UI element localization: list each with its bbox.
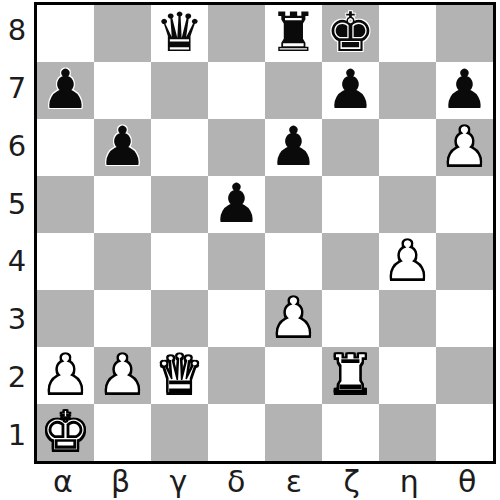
black-pawn[interactable]: ♟ bbox=[440, 63, 488, 117]
square-δ6[interactable] bbox=[208, 119, 265, 176]
rank-label-3: 3 bbox=[0, 291, 34, 349]
square-η3[interactable] bbox=[379, 290, 436, 347]
square-θ6[interactable]: ♟ bbox=[436, 119, 493, 176]
square-δ3[interactable] bbox=[208, 290, 265, 347]
rank-label-7: 7 bbox=[0, 60, 34, 118]
rank-label-4: 4 bbox=[0, 233, 34, 291]
square-ζ2[interactable]: ♜ bbox=[322, 347, 379, 404]
black-queen[interactable]: ♛ bbox=[155, 6, 203, 60]
square-γ5[interactable] bbox=[151, 176, 208, 233]
square-ε3[interactable]: ♟ bbox=[265, 290, 322, 347]
square-γ3[interactable] bbox=[151, 290, 208, 347]
square-δ5[interactable]: ♟ bbox=[208, 176, 265, 233]
chess-board: ♛♜♚♟♟♟♟♟♟♟♟♟♟♟♛♜♚ bbox=[34, 2, 496, 464]
square-ζ8[interactable]: ♚ bbox=[322, 5, 379, 62]
square-β3[interactable] bbox=[94, 290, 151, 347]
square-α7[interactable]: ♟ bbox=[37, 62, 94, 119]
square-α5[interactable] bbox=[37, 176, 94, 233]
black-pawn[interactable]: ♟ bbox=[41, 63, 89, 117]
square-δ2[interactable] bbox=[208, 347, 265, 404]
file-label-ζ: ζ bbox=[323, 464, 381, 500]
square-δ7[interactable] bbox=[208, 62, 265, 119]
square-ε6[interactable]: ♟ bbox=[265, 119, 322, 176]
square-γ4[interactable] bbox=[151, 233, 208, 290]
square-ζ7[interactable]: ♟ bbox=[322, 62, 379, 119]
square-β4[interactable] bbox=[94, 233, 151, 290]
square-δ1[interactable] bbox=[208, 404, 265, 461]
white-pawn[interactable]: ♟ bbox=[383, 234, 431, 288]
square-α8[interactable] bbox=[37, 5, 94, 62]
square-θ5[interactable] bbox=[436, 176, 493, 233]
square-β8[interactable] bbox=[94, 5, 151, 62]
file-label-ε: ε bbox=[265, 464, 323, 500]
file-label-β: β bbox=[92, 464, 150, 500]
white-pawn[interactable]: ♟ bbox=[440, 120, 488, 174]
file-labels: αβγδεζηθ bbox=[34, 464, 496, 500]
square-η7[interactable] bbox=[379, 62, 436, 119]
square-ε1[interactable] bbox=[265, 404, 322, 461]
square-θ8[interactable] bbox=[436, 5, 493, 62]
white-pawn[interactable]: ♟ bbox=[98, 348, 146, 402]
black-pawn[interactable]: ♟ bbox=[326, 63, 374, 117]
square-β7[interactable] bbox=[94, 62, 151, 119]
square-γ8[interactable]: ♛ bbox=[151, 5, 208, 62]
square-β2[interactable]: ♟ bbox=[94, 347, 151, 404]
square-ε5[interactable] bbox=[265, 176, 322, 233]
square-ε8[interactable]: ♜ bbox=[265, 5, 322, 62]
square-ζ5[interactable] bbox=[322, 176, 379, 233]
square-θ4[interactable] bbox=[436, 233, 493, 290]
square-α3[interactable] bbox=[37, 290, 94, 347]
square-γ1[interactable] bbox=[151, 404, 208, 461]
file-label-θ: θ bbox=[438, 464, 496, 500]
file-label-α: α bbox=[34, 464, 92, 500]
white-rook[interactable]: ♜ bbox=[326, 348, 374, 402]
square-θ3[interactable] bbox=[436, 290, 493, 347]
rank-label-8: 8 bbox=[0, 2, 34, 60]
square-α2[interactable]: ♟ bbox=[37, 347, 94, 404]
square-η6[interactable] bbox=[379, 119, 436, 176]
square-ζ3[interactable] bbox=[322, 290, 379, 347]
square-θ1[interactable] bbox=[436, 404, 493, 461]
white-queen[interactable]: ♛ bbox=[155, 348, 203, 402]
rank-label-5: 5 bbox=[0, 175, 34, 233]
square-η2[interactable] bbox=[379, 347, 436, 404]
rank-label-6: 6 bbox=[0, 118, 34, 176]
square-β1[interactable] bbox=[94, 404, 151, 461]
white-king[interactable]: ♚ bbox=[41, 405, 89, 459]
square-η4[interactable]: ♟ bbox=[379, 233, 436, 290]
file-label-η: η bbox=[381, 464, 439, 500]
rank-label-2: 2 bbox=[0, 349, 34, 407]
square-α1[interactable]: ♚ bbox=[37, 404, 94, 461]
black-king[interactable]: ♚ bbox=[326, 6, 374, 60]
square-β5[interactable] bbox=[94, 176, 151, 233]
white-pawn[interactable]: ♟ bbox=[41, 348, 89, 402]
square-ζ4[interactable] bbox=[322, 233, 379, 290]
black-pawn[interactable]: ♟ bbox=[98, 120, 146, 174]
black-rook[interactable]: ♜ bbox=[269, 6, 317, 60]
square-θ2[interactable] bbox=[436, 347, 493, 404]
square-δ8[interactable] bbox=[208, 5, 265, 62]
square-η8[interactable] bbox=[379, 5, 436, 62]
white-pawn[interactable]: ♟ bbox=[269, 291, 317, 345]
square-θ7[interactable]: ♟ bbox=[436, 62, 493, 119]
rank-label-1: 1 bbox=[0, 406, 34, 464]
square-ε2[interactable] bbox=[265, 347, 322, 404]
square-ζ1[interactable] bbox=[322, 404, 379, 461]
square-γ6[interactable] bbox=[151, 119, 208, 176]
square-α4[interactable] bbox=[37, 233, 94, 290]
rank-labels: 87654321 bbox=[0, 2, 34, 464]
file-label-δ: δ bbox=[207, 464, 265, 500]
square-ε7[interactable] bbox=[265, 62, 322, 119]
square-α6[interactable] bbox=[37, 119, 94, 176]
black-pawn[interactable]: ♟ bbox=[269, 120, 317, 174]
black-pawn[interactable]: ♟ bbox=[212, 177, 260, 231]
square-ζ6[interactable] bbox=[322, 119, 379, 176]
square-γ7[interactable] bbox=[151, 62, 208, 119]
square-β6[interactable]: ♟ bbox=[94, 119, 151, 176]
chess-diagram: 87654321 ♛♜♚♟♟♟♟♟♟♟♟♟♟♟♛♜♚ αβγδεζηθ bbox=[0, 0, 500, 500]
square-δ4[interactable] bbox=[208, 233, 265, 290]
square-ε4[interactable] bbox=[265, 233, 322, 290]
square-γ2[interactable]: ♛ bbox=[151, 347, 208, 404]
square-η1[interactable] bbox=[379, 404, 436, 461]
file-label-γ: γ bbox=[150, 464, 208, 500]
square-η5[interactable] bbox=[379, 176, 436, 233]
